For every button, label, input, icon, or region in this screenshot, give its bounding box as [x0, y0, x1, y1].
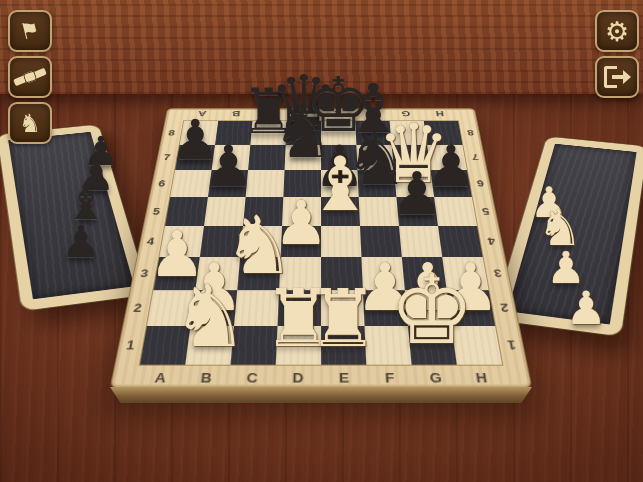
- captured-black-pawn-4[interactable]: ♟: [61, 220, 100, 264]
- captured-white-pawn-4[interactable]: ♟: [565, 285, 606, 331]
- piece-black-pawn-b6[interactable]: ♟: [203, 138, 254, 195]
- piece-black-pawn-g5[interactable]: ♟: [390, 164, 443, 223]
- flag-icon: ⚑: [18, 18, 42, 44]
- exit-icon: [604, 66, 630, 88]
- handshake-button[interactable]: [8, 56, 52, 98]
- settings-button[interactable]: ⚙: [595, 10, 639, 52]
- exit-button[interactable]: [595, 56, 639, 98]
- piece-white-rook-e1[interactable]: ♜: [307, 279, 378, 359]
- board-front-edge: [110, 387, 532, 403]
- file-label-bottom-d: D: [275, 370, 321, 386]
- knight-icon: ♞: [19, 111, 41, 136]
- file-label-bottom-a: A: [136, 370, 184, 386]
- piece-white-king-g1[interactable]: ♚: [389, 263, 475, 359]
- file-label-bottom-b: B: [182, 370, 230, 386]
- handshake-icon: [15, 67, 45, 87]
- file-label-bottom-g: G: [412, 370, 460, 386]
- file-label-bottom-f: F: [366, 370, 413, 386]
- file-label-bottom-e: E: [321, 370, 367, 386]
- gear-icon: ⚙: [605, 18, 629, 45]
- piece-white-knight-b1[interactable]: ♞: [171, 272, 249, 358]
- flag-button[interactable]: ⚑: [8, 10, 52, 52]
- knight-button[interactable]: ♞: [8, 102, 52, 144]
- file-label-bottom-c: C: [229, 370, 276, 386]
- file-label-bottom-h: H: [457, 370, 505, 386]
